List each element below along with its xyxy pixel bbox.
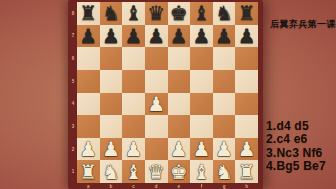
rank-label: 3 xyxy=(69,115,77,138)
square-e5[interactable] xyxy=(168,70,191,93)
square-b8[interactable]: ♞ xyxy=(100,2,123,25)
square-a6[interactable] xyxy=(77,47,100,70)
square-g4[interactable] xyxy=(213,93,236,116)
square-h2[interactable]: ♟ xyxy=(235,138,258,161)
rank-label: 6 xyxy=(69,47,77,70)
rank-label: 4 xyxy=(69,93,77,116)
chess-board-frame: 87654321 abcdefgh ♜♞♝♛♚♝♞♜♟♟♟♟♟♟♟♟♟♟♟♟♟♟… xyxy=(68,0,263,189)
piece-white-bishop: ♝ xyxy=(192,160,210,182)
move-line-4: 4.Bg5 Be7 xyxy=(266,160,326,173)
square-d7[interactable]: ♟ xyxy=(145,25,168,48)
piece-black-pawn: ♟ xyxy=(79,24,97,46)
square-f6[interactable] xyxy=(190,47,213,70)
file-label: d xyxy=(145,183,168,189)
piece-white-rook: ♜ xyxy=(238,160,256,182)
lesson-title: 后翼弃兵第一课 xyxy=(270,18,334,31)
square-d2[interactable] xyxy=(145,138,168,161)
file-label: b xyxy=(100,183,123,189)
square-f1[interactable]: ♝ xyxy=(190,160,213,183)
square-a4[interactable] xyxy=(77,93,100,116)
square-d4[interactable]: ♟ xyxy=(145,93,168,116)
piece-white-rook: ♜ xyxy=(79,160,97,182)
rank-label: 5 xyxy=(69,70,77,93)
square-e3[interactable] xyxy=(168,115,191,138)
square-f4[interactable] xyxy=(190,93,213,116)
file-label: g xyxy=(213,183,236,189)
square-g7[interactable]: ♟ xyxy=(213,25,236,48)
square-e2[interactable]: ♟ xyxy=(168,138,191,161)
piece-black-rook: ♜ xyxy=(79,2,97,24)
square-e4[interactable] xyxy=(168,93,191,116)
square-b5[interactable] xyxy=(100,70,123,93)
square-h5[interactable] xyxy=(235,70,258,93)
square-e1[interactable]: ♚ xyxy=(168,160,191,183)
piece-black-knight: ♞ xyxy=(102,2,120,24)
square-c4[interactable] xyxy=(122,93,145,116)
piece-white-pawn: ♟ xyxy=(79,138,97,160)
piece-black-pawn: ♟ xyxy=(170,24,188,46)
piece-white-king: ♚ xyxy=(170,160,188,182)
piece-black-pawn: ♟ xyxy=(125,24,143,46)
square-d8[interactable]: ♛ xyxy=(145,2,168,25)
piece-black-queen: ♛ xyxy=(147,2,165,24)
square-h1[interactable]: ♜ xyxy=(235,160,258,183)
square-h6[interactable] xyxy=(235,47,258,70)
piece-black-pawn: ♟ xyxy=(215,24,233,46)
piece-black-bishop: ♝ xyxy=(125,2,143,24)
square-b2[interactable]: ♟ xyxy=(100,138,123,161)
file-label: c xyxy=(122,183,145,189)
square-b4[interactable] xyxy=(100,93,123,116)
piece-white-pawn: ♟ xyxy=(192,138,210,160)
square-g8[interactable]: ♞ xyxy=(213,2,236,25)
piece-white-pawn: ♟ xyxy=(147,92,165,114)
square-a7[interactable]: ♟ xyxy=(77,25,100,48)
piece-black-pawn: ♟ xyxy=(192,24,210,46)
square-g5[interactable] xyxy=(213,70,236,93)
square-e6[interactable] xyxy=(168,47,191,70)
square-f5[interactable] xyxy=(190,70,213,93)
piece-white-knight: ♞ xyxy=(102,160,120,182)
square-c8[interactable]: ♝ xyxy=(122,2,145,25)
square-c5[interactable] xyxy=(122,70,145,93)
piece-white-knight: ♞ xyxy=(215,160,233,182)
rank-label: 1 xyxy=(69,160,77,183)
piece-black-pawn: ♟ xyxy=(238,24,256,46)
piece-white-queen: ♛ xyxy=(147,160,165,182)
square-h8[interactable]: ♜ xyxy=(235,2,258,25)
square-c7[interactable]: ♟ xyxy=(122,25,145,48)
piece-black-pawn: ♟ xyxy=(102,24,120,46)
piece-white-pawn: ♟ xyxy=(170,138,188,160)
square-a5[interactable] xyxy=(77,70,100,93)
square-f3[interactable] xyxy=(190,115,213,138)
square-c3[interactable] xyxy=(122,115,145,138)
file-label: h xyxy=(235,183,258,189)
rank-label: 8 xyxy=(69,2,77,25)
move-line-2: 2.c4 e6 xyxy=(266,133,326,146)
file-label: f xyxy=(190,183,213,189)
rank-labels: 87654321 xyxy=(69,2,77,183)
square-a8[interactable]: ♜ xyxy=(77,2,100,25)
chess-board: ♜♞♝♛♚♝♞♜♟♟♟♟♟♟♟♟♟♟♟♟♟♟♟♟♜♞♝♛♚♝♞♜ xyxy=(77,2,258,183)
piece-white-pawn: ♟ xyxy=(125,138,143,160)
square-c2[interactable]: ♟ xyxy=(122,138,145,161)
square-a3[interactable] xyxy=(77,115,100,138)
square-f8[interactable]: ♝ xyxy=(190,2,213,25)
square-g6[interactable] xyxy=(213,47,236,70)
square-d3[interactable] xyxy=(145,115,168,138)
square-g1[interactable]: ♞ xyxy=(213,160,236,183)
move-line-1: 1.d4 d5 xyxy=(266,120,326,133)
square-f2[interactable]: ♟ xyxy=(190,138,213,161)
piece-white-bishop: ♝ xyxy=(125,160,143,182)
square-b7[interactable]: ♟ xyxy=(100,25,123,48)
piece-black-rook: ♜ xyxy=(238,2,256,24)
rank-label: 2 xyxy=(69,138,77,161)
square-b1[interactable]: ♞ xyxy=(100,160,123,183)
move-list: 1.d4 d5 2.c4 e6 3.Nc3 Nf6 4.Bg5 Be7 xyxy=(266,120,326,174)
piece-white-pawn: ♟ xyxy=(215,138,233,160)
square-h7[interactable]: ♟ xyxy=(235,25,258,48)
piece-black-pawn: ♟ xyxy=(147,24,165,46)
piece-black-knight: ♞ xyxy=(215,2,233,24)
file-labels: abcdefgh xyxy=(77,183,258,189)
square-d5[interactable] xyxy=(145,70,168,93)
square-e7[interactable]: ♟ xyxy=(168,25,191,48)
square-e8[interactable]: ♚ xyxy=(168,2,191,25)
square-g2[interactable]: ♟ xyxy=(213,138,236,161)
square-h3[interactable] xyxy=(235,115,258,138)
piece-black-bishop: ♝ xyxy=(192,2,210,24)
square-d1[interactable]: ♛ xyxy=(145,160,168,183)
square-a2[interactable]: ♟ xyxy=(77,138,100,161)
square-h4[interactable] xyxy=(235,93,258,116)
square-a1[interactable]: ♜ xyxy=(77,160,100,183)
square-c6[interactable] xyxy=(122,47,145,70)
square-g3[interactable] xyxy=(213,115,236,138)
move-line-3: 3.Nc3 Nf6 xyxy=(266,147,326,160)
square-c1[interactable]: ♝ xyxy=(122,160,145,183)
piece-white-pawn: ♟ xyxy=(238,138,256,160)
lesson-scene: 87654321 abcdefgh ♜♞♝♛♚♝♞♜♟♟♟♟♟♟♟♟♟♟♟♟♟♟… xyxy=(0,0,336,189)
square-b6[interactable] xyxy=(100,47,123,70)
square-f7[interactable]: ♟ xyxy=(190,25,213,48)
file-label: a xyxy=(77,183,100,189)
piece-black-king: ♚ xyxy=(170,2,188,24)
file-label: e xyxy=(168,183,191,189)
rank-label: 7 xyxy=(69,25,77,48)
square-b3[interactable] xyxy=(100,115,123,138)
piece-white-pawn: ♟ xyxy=(102,138,120,160)
square-d6[interactable] xyxy=(145,47,168,70)
